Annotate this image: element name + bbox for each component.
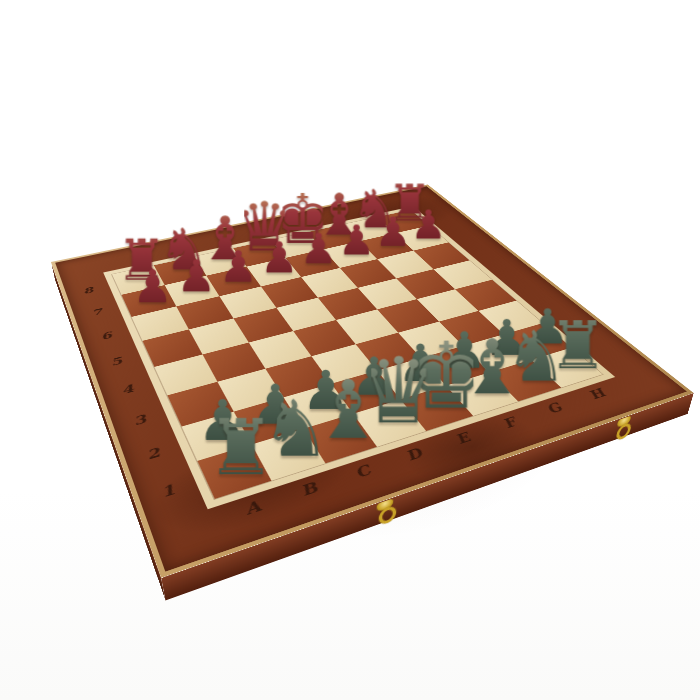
black-pawn-g7: ♟ bbox=[373, 138, 414, 253]
black-pawn-b7: ♟ bbox=[174, 173, 218, 298]
black-pawn-c7: ♟ bbox=[217, 166, 260, 289]
black-pawn-e7: ♟ bbox=[297, 151, 339, 270]
black-pawn-f7: ♟ bbox=[336, 144, 377, 261]
white-rook-a1: ♜ bbox=[211, 317, 270, 484]
white-knight-b1: ♞ bbox=[267, 304, 325, 467]
black-pawn-a7: ♟ bbox=[130, 181, 175, 308]
brass-clasp-1 bbox=[375, 498, 394, 524]
black-pawn-h7: ♟ bbox=[409, 131, 449, 244]
black-pawn-d7: ♟ bbox=[258, 158, 301, 279]
chess-set-photo: 12345678ABCDEFGH ♜♞♝♛♚♝♞♜♟♟♟♟♟♟♟♟♟♟♟♟♟♟♟… bbox=[0, 0, 700, 700]
